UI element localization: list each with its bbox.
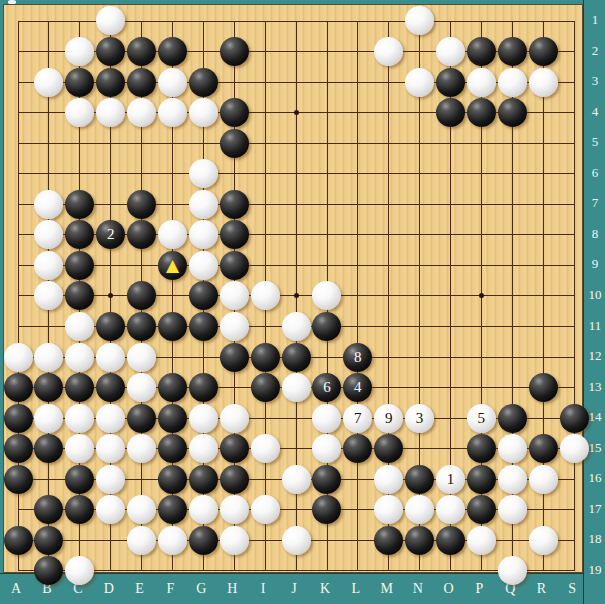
stone-black[interactable] — [189, 465, 218, 494]
stone-white[interactable]: 9 — [374, 404, 403, 433]
stone-black[interactable] — [498, 98, 527, 127]
board-point-R12[interactable] — [528, 342, 559, 373]
board-point-G15[interactable] — [188, 433, 219, 464]
stone-white[interactable] — [374, 37, 403, 66]
stone-white[interactable] — [34, 68, 63, 97]
stone-black[interactable] — [467, 495, 496, 524]
stone-white[interactable] — [251, 281, 280, 310]
board-point-C18[interactable] — [64, 525, 95, 556]
board-point-F8[interactable] — [157, 220, 188, 251]
board-point-I18[interactable] — [250, 525, 281, 556]
board-point-C4[interactable] — [64, 97, 95, 128]
board-point-R9[interactable] — [528, 250, 559, 281]
stone-white[interactable] — [127, 98, 156, 127]
board-point-I12[interactable] — [250, 342, 281, 373]
board-point-A15[interactable] — [3, 433, 34, 464]
board-point-J17[interactable] — [281, 494, 312, 525]
board-point-B14[interactable] — [33, 403, 64, 434]
board-point-L2[interactable] — [342, 36, 373, 67]
board-point-L19[interactable] — [342, 556, 373, 587]
stone-white[interactable] — [158, 526, 187, 555]
board-point-H2[interactable] — [219, 36, 250, 67]
board-point-S1[interactable] — [559, 6, 590, 37]
board-point-F11[interactable] — [157, 311, 188, 342]
board-point-K2[interactable] — [311, 36, 342, 67]
board-point-M12[interactable] — [373, 342, 404, 373]
board-point-L8[interactable] — [342, 220, 373, 251]
stone-white[interactable] — [282, 312, 311, 341]
board-point-F7[interactable] — [157, 189, 188, 220]
board-point-D8[interactable]: 2 — [95, 220, 126, 251]
stone-black[interactable] — [189, 526, 218, 555]
board-point-B11[interactable] — [33, 311, 64, 342]
stone-black[interactable] — [34, 495, 63, 524]
stone-white[interactable] — [96, 495, 125, 524]
board-point-N13[interactable] — [404, 372, 435, 403]
board-point-L1[interactable] — [342, 6, 373, 37]
board-point-F4[interactable] — [157, 97, 188, 128]
stone-black[interactable] — [220, 37, 249, 66]
stone-white[interactable] — [34, 343, 63, 372]
stone-white[interactable] — [220, 312, 249, 341]
board-point-Q4[interactable] — [497, 97, 528, 128]
board-point-P14[interactable]: 5 — [466, 403, 497, 434]
board-point-A1[interactable] — [3, 6, 34, 37]
stone-white[interactable] — [34, 404, 63, 433]
board-point-A7[interactable] — [3, 189, 34, 220]
stone-white[interactable] — [251, 434, 280, 463]
board-point-H4[interactable] — [219, 97, 250, 128]
board-point-Q14[interactable] — [497, 403, 528, 434]
board-point-M5[interactable] — [373, 128, 404, 159]
stone-black[interactable] — [127, 281, 156, 310]
board-point-M18[interactable] — [373, 525, 404, 556]
stone-white[interactable] — [529, 68, 558, 97]
board-point-P18[interactable] — [466, 525, 497, 556]
stone-black[interactable] — [96, 373, 125, 402]
board-point-B15[interactable] — [33, 433, 64, 464]
stone-black[interactable] — [96, 312, 125, 341]
board-point-O17[interactable] — [435, 494, 466, 525]
stone-black[interactable]: 4 — [343, 373, 372, 402]
stone-white[interactable]: 1 — [436, 465, 465, 494]
stone-black[interactable] — [127, 404, 156, 433]
board-point-N17[interactable] — [404, 494, 435, 525]
board-point-O1[interactable] — [435, 6, 466, 37]
stone-white[interactable] — [560, 434, 589, 463]
stone-black[interactable] — [467, 37, 496, 66]
board-point-P15[interactable] — [466, 433, 497, 464]
board-point-P19[interactable] — [466, 556, 497, 587]
board-point-I16[interactable] — [250, 464, 281, 495]
board-point-J7[interactable] — [281, 189, 312, 220]
stone-white[interactable] — [405, 6, 434, 35]
board-point-H12[interactable] — [219, 342, 250, 373]
board-point-S6[interactable] — [559, 158, 590, 189]
board-point-R2[interactable] — [528, 36, 559, 67]
stone-black[interactable] — [96, 68, 125, 97]
stone-black[interactable] — [312, 465, 341, 494]
stone-black[interactable] — [96, 37, 125, 66]
stone-black[interactable] — [220, 190, 249, 219]
stone-white[interactable] — [282, 373, 311, 402]
stone-black[interactable] — [312, 495, 341, 524]
board-point-L10[interactable] — [342, 281, 373, 312]
stone-black[interactable] — [374, 434, 403, 463]
stone-white[interactable] — [189, 495, 218, 524]
board-point-Q2[interactable] — [497, 36, 528, 67]
stone-black[interactable]: 2 — [96, 220, 125, 249]
board-point-S19[interactable] — [559, 556, 590, 587]
board-point-H9[interactable] — [219, 250, 250, 281]
board-point-P5[interactable] — [466, 128, 497, 159]
board-point-I15[interactable] — [250, 433, 281, 464]
board-point-G16[interactable] — [188, 464, 219, 495]
board-point-A11[interactable] — [3, 311, 34, 342]
board-point-A10[interactable] — [3, 281, 34, 312]
board-point-G9[interactable] — [188, 250, 219, 281]
board-point-I11[interactable] — [250, 311, 281, 342]
stone-black[interactable] — [4, 373, 33, 402]
board-point-F16[interactable] — [157, 464, 188, 495]
board-point-Q8[interactable] — [497, 220, 528, 251]
board-point-E13[interactable] — [126, 372, 157, 403]
board-point-R19[interactable] — [528, 556, 559, 587]
board-point-F3[interactable] — [157, 67, 188, 98]
stone-white[interactable] — [65, 343, 94, 372]
board-point-K13[interactable]: 6 — [311, 372, 342, 403]
stone-black[interactable] — [65, 190, 94, 219]
stone-white[interactable] — [189, 404, 218, 433]
board-point-I4[interactable] — [250, 97, 281, 128]
stone-black[interactable] — [65, 373, 94, 402]
board-point-K18[interactable] — [311, 525, 342, 556]
board-point-O4[interactable] — [435, 97, 466, 128]
board-point-G5[interactable] — [188, 128, 219, 159]
board-point-B4[interactable] — [33, 97, 64, 128]
board-point-I17[interactable] — [250, 494, 281, 525]
board-point-D14[interactable] — [95, 403, 126, 434]
board-point-S18[interactable] — [559, 525, 590, 556]
stone-white[interactable] — [220, 495, 249, 524]
board-point-F5[interactable] — [157, 128, 188, 159]
board-point-B5[interactable] — [33, 128, 64, 159]
stone-white[interactable] — [4, 343, 33, 372]
board-point-P10[interactable] — [466, 281, 497, 312]
board-point-D16[interactable] — [95, 464, 126, 495]
board-point-O7[interactable] — [435, 189, 466, 220]
board-point-Q10[interactable] — [497, 281, 528, 312]
board-point-Q3[interactable] — [497, 67, 528, 98]
stone-black[interactable] — [189, 373, 218, 402]
stone-white[interactable]: 3 — [405, 404, 434, 433]
board-point-L3[interactable] — [342, 67, 373, 98]
board-point-Q11[interactable] — [497, 311, 528, 342]
stone-white[interactable] — [436, 37, 465, 66]
stone-white[interactable] — [374, 465, 403, 494]
board-point-I2[interactable] — [250, 36, 281, 67]
board-point-K9[interactable] — [311, 250, 342, 281]
board-point-H11[interactable] — [219, 311, 250, 342]
board-point-B1[interactable] — [33, 6, 64, 37]
board-point-D7[interactable] — [95, 189, 126, 220]
board-point-Q5[interactable] — [497, 128, 528, 159]
board-point-O14[interactable] — [435, 403, 466, 434]
board-point-R17[interactable] — [528, 494, 559, 525]
stone-white[interactable] — [34, 220, 63, 249]
board-point-S16[interactable] — [559, 464, 590, 495]
stone-black[interactable] — [220, 465, 249, 494]
board-point-C10[interactable] — [64, 281, 95, 312]
stone-black[interactable] — [65, 465, 94, 494]
stone-white[interactable] — [498, 495, 527, 524]
board-point-Q17[interactable] — [497, 494, 528, 525]
board-point-K10[interactable] — [311, 281, 342, 312]
board-point-B13[interactable] — [33, 372, 64, 403]
board-point-A6[interactable] — [3, 158, 34, 189]
stone-black[interactable] — [251, 343, 280, 372]
board-point-J8[interactable] — [281, 220, 312, 251]
board-point-M6[interactable] — [373, 158, 404, 189]
board-point-L18[interactable] — [342, 525, 373, 556]
board-point-P2[interactable] — [466, 36, 497, 67]
board-point-I3[interactable] — [250, 67, 281, 98]
board-point-D11[interactable] — [95, 311, 126, 342]
stone-black[interactable] — [312, 312, 341, 341]
stone-black[interactable] — [343, 434, 372, 463]
stone-white[interactable] — [127, 343, 156, 372]
board-point-G4[interactable] — [188, 97, 219, 128]
stone-white[interactable] — [65, 37, 94, 66]
board-point-L16[interactable] — [342, 464, 373, 495]
stone-white[interactable] — [96, 404, 125, 433]
board-point-L4[interactable] — [342, 97, 373, 128]
board-point-K1[interactable] — [311, 6, 342, 37]
board-point-F9[interactable]: ▲ — [157, 250, 188, 281]
board-point-R6[interactable] — [528, 158, 559, 189]
stone-white[interactable]: 5 — [467, 404, 496, 433]
board-point-B8[interactable] — [33, 220, 64, 251]
board-point-F13[interactable] — [157, 372, 188, 403]
board-point-P16[interactable] — [466, 464, 497, 495]
board-point-B6[interactable] — [33, 158, 64, 189]
board-point-B9[interactable] — [33, 250, 64, 281]
stone-black[interactable] — [127, 37, 156, 66]
board-point-J15[interactable] — [281, 433, 312, 464]
board-point-F14[interactable] — [157, 403, 188, 434]
board-point-J16[interactable] — [281, 464, 312, 495]
board-point-P1[interactable] — [466, 6, 497, 37]
board-point-M14[interactable]: 9 — [373, 403, 404, 434]
board-point-I8[interactable] — [250, 220, 281, 251]
stone-white[interactable] — [498, 465, 527, 494]
board-point-O19[interactable] — [435, 556, 466, 587]
board-point-P12[interactable] — [466, 342, 497, 373]
board-point-O3[interactable] — [435, 67, 466, 98]
board-point-A3[interactable] — [3, 67, 34, 98]
stone-black[interactable] — [4, 465, 33, 494]
board-point-S8[interactable] — [559, 220, 590, 251]
board-point-N9[interactable] — [404, 250, 435, 281]
board-point-P11[interactable] — [466, 311, 497, 342]
board-point-L7[interactable] — [342, 189, 373, 220]
board-point-Q19[interactable] — [497, 556, 528, 587]
board-point-E1[interactable] — [126, 6, 157, 37]
board-point-F6[interactable] — [157, 158, 188, 189]
board-point-M3[interactable] — [373, 67, 404, 98]
board-point-C15[interactable] — [64, 433, 95, 464]
stone-white[interactable] — [96, 465, 125, 494]
board-point-N6[interactable] — [404, 158, 435, 189]
board-point-M13[interactable] — [373, 372, 404, 403]
board-point-M11[interactable] — [373, 311, 404, 342]
board-point-J9[interactable] — [281, 250, 312, 281]
stone-black[interactable] — [467, 434, 496, 463]
stone-black[interactable] — [405, 465, 434, 494]
stone-white[interactable] — [96, 98, 125, 127]
board-point-A8[interactable] — [3, 220, 34, 251]
board-point-H1[interactable] — [219, 6, 250, 37]
stone-black[interactable] — [158, 495, 187, 524]
board-point-C9[interactable] — [64, 250, 95, 281]
board-point-F12[interactable] — [157, 342, 188, 373]
board-point-M1[interactable] — [373, 6, 404, 37]
board-point-C2[interactable] — [64, 36, 95, 67]
board-point-J6[interactable] — [281, 158, 312, 189]
board-point-D17[interactable] — [95, 494, 126, 525]
board-point-H8[interactable] — [219, 220, 250, 251]
board-point-Q6[interactable] — [497, 158, 528, 189]
board-point-K14[interactable] — [311, 403, 342, 434]
stone-white[interactable] — [127, 495, 156, 524]
board-point-P9[interactable] — [466, 250, 497, 281]
board-point-L6[interactable] — [342, 158, 373, 189]
board-point-E12[interactable] — [126, 342, 157, 373]
board-point-C12[interactable] — [64, 342, 95, 373]
board-point-C8[interactable] — [64, 220, 95, 251]
board-point-S10[interactable] — [559, 281, 590, 312]
board-point-A5[interactable] — [3, 128, 34, 159]
stone-black[interactable] — [282, 343, 311, 372]
board-point-Q15[interactable] — [497, 433, 528, 464]
board-point-M10[interactable] — [373, 281, 404, 312]
board-point-N10[interactable] — [404, 281, 435, 312]
stone-white[interactable] — [96, 343, 125, 372]
board-point-A14[interactable] — [3, 403, 34, 434]
stone-white[interactable] — [127, 526, 156, 555]
board-point-G10[interactable] — [188, 281, 219, 312]
board-point-O8[interactable] — [435, 220, 466, 251]
stone-black[interactable] — [34, 373, 63, 402]
stone-black[interactable] — [436, 68, 465, 97]
board-point-P4[interactable] — [466, 97, 497, 128]
board-point-H10[interactable] — [219, 281, 250, 312]
stone-white[interactable] — [189, 434, 218, 463]
board-point-J1[interactable] — [281, 6, 312, 37]
board-point-D12[interactable] — [95, 342, 126, 373]
board-point-J19[interactable] — [281, 556, 312, 587]
board-point-F15[interactable] — [157, 433, 188, 464]
stone-white[interactable] — [189, 190, 218, 219]
board-point-O10[interactable] — [435, 281, 466, 312]
board-point-P13[interactable] — [466, 372, 497, 403]
board-point-H7[interactable] — [219, 189, 250, 220]
board-point-K3[interactable] — [311, 67, 342, 98]
stone-black[interactable] — [65, 281, 94, 310]
board-point-L5[interactable] — [342, 128, 373, 159]
stone-black[interactable] — [34, 526, 63, 555]
board-point-G14[interactable] — [188, 403, 219, 434]
stone-white[interactable] — [127, 373, 156, 402]
board-point-H16[interactable] — [219, 464, 250, 495]
board-point-E19[interactable] — [126, 556, 157, 587]
board-point-N2[interactable] — [404, 36, 435, 67]
stone-white[interactable] — [34, 190, 63, 219]
board-point-E18[interactable] — [126, 525, 157, 556]
board-point-P17[interactable] — [466, 494, 497, 525]
board-point-A12[interactable] — [3, 342, 34, 373]
stone-black[interactable] — [529, 373, 558, 402]
board-point-H5[interactable] — [219, 128, 250, 159]
board-point-C5[interactable] — [64, 128, 95, 159]
board-point-J13[interactable] — [281, 372, 312, 403]
board-point-M16[interactable] — [373, 464, 404, 495]
board-point-M9[interactable] — [373, 250, 404, 281]
board-point-L13[interactable]: 4 — [342, 372, 373, 403]
board-point-L12[interactable]: 8 — [342, 342, 373, 373]
board-point-R7[interactable] — [528, 189, 559, 220]
board-point-D1[interactable] — [95, 6, 126, 37]
board-point-Q16[interactable] — [497, 464, 528, 495]
board-point-G12[interactable] — [188, 342, 219, 373]
stone-black[interactable] — [158, 312, 187, 341]
board-point-E14[interactable] — [126, 403, 157, 434]
board-point-K19[interactable] — [311, 556, 342, 587]
board-point-A2[interactable] — [3, 36, 34, 67]
board-point-F10[interactable] — [157, 281, 188, 312]
board-point-C17[interactable] — [64, 494, 95, 525]
board-point-E11[interactable] — [126, 311, 157, 342]
board-point-N3[interactable] — [404, 67, 435, 98]
board-point-H14[interactable] — [219, 403, 250, 434]
stone-black[interactable] — [405, 526, 434, 555]
stone-white[interactable] — [189, 220, 218, 249]
board-point-A17[interactable] — [3, 494, 34, 525]
board-point-O6[interactable] — [435, 158, 466, 189]
stone-white[interactable] — [467, 68, 496, 97]
stone-black[interactable]: 8 — [343, 343, 372, 372]
stone-white[interactable] — [405, 68, 434, 97]
stone-white[interactable] — [96, 434, 125, 463]
board-point-H13[interactable] — [219, 372, 250, 403]
stone-white[interactable] — [158, 220, 187, 249]
board-point-C11[interactable] — [64, 311, 95, 342]
board-point-J4[interactable] — [281, 97, 312, 128]
board-point-B17[interactable] — [33, 494, 64, 525]
board-point-K7[interactable] — [311, 189, 342, 220]
stone-black[interactable]: 6 — [312, 373, 341, 402]
board-point-S4[interactable] — [559, 97, 590, 128]
stone-white[interactable] — [158, 68, 187, 97]
board-point-O9[interactable] — [435, 250, 466, 281]
stone-white[interactable] — [467, 526, 496, 555]
board-point-R13[interactable] — [528, 372, 559, 403]
stone-black[interactable] — [34, 556, 63, 585]
board-point-M19[interactable] — [373, 556, 404, 587]
board-point-N1[interactable] — [404, 6, 435, 37]
board-point-L14[interactable]: 7 — [342, 403, 373, 434]
board-point-K4[interactable] — [311, 97, 342, 128]
